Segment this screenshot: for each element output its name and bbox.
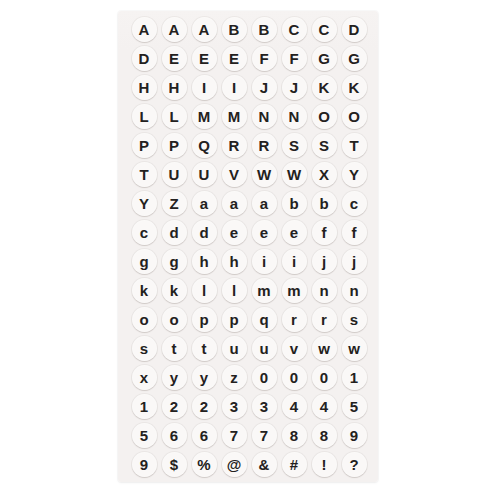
sticker-glyph: A	[139, 22, 150, 37]
sticker-disc: 0	[252, 365, 277, 390]
sticker-disc: g	[132, 249, 157, 274]
sticker-cell: u	[249, 334, 279, 363]
sticker-glyph: m	[257, 283, 270, 298]
sticker-disc: Q	[192, 133, 217, 158]
sticker-glyph: D	[349, 22, 360, 37]
sticker-cell: B	[249, 15, 279, 44]
sticker-cell: H	[129, 73, 159, 102]
sticker-disc: g	[162, 249, 187, 274]
sticker-cell: #	[279, 450, 309, 479]
sticker-grid: AAABBCCDDEEEFFGGHHIIJJKKLLMMNNOOPPQRRSST…	[129, 15, 369, 479]
sticker-glyph: X	[319, 167, 329, 182]
sticker-glyph: 8	[320, 428, 328, 443]
sticker-cell: U	[189, 160, 219, 189]
sticker-disc: s	[132, 336, 157, 361]
sticker-disc: 3	[252, 394, 277, 419]
sticker-glyph: a	[200, 196, 208, 211]
sticker-disc: 8	[282, 423, 307, 448]
sticker-glyph: N	[259, 109, 270, 124]
sticker-disc: A	[162, 17, 187, 42]
sticker-disc: G	[312, 46, 337, 71]
sticker-glyph: 3	[230, 399, 238, 414]
sticker-disc: U	[192, 162, 217, 187]
sticker-disc: $	[162, 452, 187, 477]
sticker-cell: R	[249, 131, 279, 160]
sticker-glyph: i	[262, 254, 266, 269]
sticker-cell: m	[279, 276, 309, 305]
sticker-glyph: w	[318, 341, 330, 356]
sticker-disc: T	[132, 162, 157, 187]
sticker-glyph: n	[349, 283, 358, 298]
sticker-cell: a	[189, 189, 219, 218]
sticker-cell: z	[219, 363, 249, 392]
sticker-cell: e	[279, 218, 309, 247]
sticker-disc: e	[222, 220, 247, 245]
sticker-cell: p	[219, 305, 249, 334]
sticker-disc: %	[192, 452, 217, 477]
sticker-cell: D	[129, 44, 159, 73]
sticker-disc: E	[192, 46, 217, 71]
sticker-cell: N	[279, 102, 309, 131]
sticker-glyph: I	[232, 80, 236, 95]
sticker-glyph: m	[287, 283, 300, 298]
sticker-glyph: T	[349, 138, 358, 153]
sticker-glyph: #	[290, 457, 298, 472]
sticker-cell: t	[189, 334, 219, 363]
sticker-glyph: y	[200, 370, 208, 385]
sticker-cell: e	[249, 218, 279, 247]
sticker-disc: m	[252, 278, 277, 303]
sticker-glyph: R	[259, 138, 270, 153]
sticker-disc: n	[312, 278, 337, 303]
sticker-disc: 7	[222, 423, 247, 448]
sticker-glyph: r	[321, 312, 327, 327]
sticker-cell: l	[189, 276, 219, 305]
sticker-disc: 3	[222, 394, 247, 419]
sticker-cell: w	[309, 334, 339, 363]
sticker-disc: n	[342, 278, 367, 303]
sticker-cell: v	[279, 334, 309, 363]
sticker-cell: E	[189, 44, 219, 73]
sticker-cell: t	[159, 334, 189, 363]
sticker-cell: &	[249, 450, 279, 479]
sticker-glyph: @	[227, 457, 242, 472]
sticker-glyph: d	[199, 225, 208, 240]
sticker-disc: O	[342, 104, 367, 129]
sticker-cell: W	[249, 160, 279, 189]
sticker-cell: y	[159, 363, 189, 392]
sticker-cell: s	[129, 334, 159, 363]
sticker-glyph: u	[229, 341, 238, 356]
sticker-cell: @	[219, 450, 249, 479]
sticker-glyph: !	[322, 457, 327, 472]
sticker-glyph: L	[139, 109, 148, 124]
sticker-disc: D	[132, 46, 157, 71]
sticker-cell: A	[189, 15, 219, 44]
sticker-disc: ?	[342, 452, 367, 477]
sticker-glyph: E	[199, 51, 209, 66]
sticker-disc: j	[342, 249, 367, 274]
sticker-glyph: l	[202, 283, 206, 298]
sticker-glyph: 8	[290, 428, 298, 443]
sticker-disc: N	[252, 104, 277, 129]
sticker-glyph: a	[230, 196, 238, 211]
sticker-glyph: 2	[200, 399, 208, 414]
sticker-cell: x	[129, 363, 159, 392]
sticker-disc: Y	[132, 191, 157, 216]
sticker-cell: I	[219, 73, 249, 102]
sticker-disc: q	[252, 307, 277, 332]
sticker-cell: C	[309, 15, 339, 44]
sticker-glyph: G	[348, 51, 360, 66]
sticker-cell: D	[339, 15, 369, 44]
sticker-glyph: b	[289, 196, 298, 211]
sticker-cell: f	[339, 218, 369, 247]
sticker-glyph: l	[232, 283, 236, 298]
sticker-disc: z	[222, 365, 247, 390]
sticker-cell: 1	[129, 392, 159, 421]
sticker-glyph: M	[228, 109, 241, 124]
sticker-cell: Q	[189, 131, 219, 160]
sticker-glyph: N	[289, 109, 300, 124]
sticker-disc: u	[222, 336, 247, 361]
sticker-disc: F	[252, 46, 277, 71]
sticker-glyph: t	[172, 341, 177, 356]
sticker-cell: q	[249, 305, 279, 334]
sticker-cell: O	[309, 102, 339, 131]
sticker-cell: 8	[279, 421, 309, 450]
sticker-disc: b	[282, 191, 307, 216]
sticker-glyph: M	[198, 109, 211, 124]
sticker-disc: F	[282, 46, 307, 71]
sticker-cell: 4	[279, 392, 309, 421]
sticker-glyph: g	[169, 254, 178, 269]
sticker-cell: E	[219, 44, 249, 73]
sticker-cell: 1	[339, 363, 369, 392]
sticker-glyph: 7	[230, 428, 238, 443]
sticker-disc: K	[342, 75, 367, 100]
sticker-glyph: 9	[140, 457, 148, 472]
sticker-glyph: j	[352, 254, 356, 269]
sticker-glyph: T	[139, 167, 148, 182]
sticker-glyph: k	[140, 283, 148, 298]
sticker-cell: y	[189, 363, 219, 392]
sticker-glyph: e	[230, 225, 238, 240]
sticker-glyph: c	[350, 196, 358, 211]
sticker-disc: W	[282, 162, 307, 187]
sticker-glyph: o	[139, 312, 148, 327]
sticker-glyph: W	[257, 167, 271, 182]
sticker-cell: O	[339, 102, 369, 131]
sticker-cell: K	[309, 73, 339, 102]
sticker-glyph: J	[260, 80, 268, 95]
sticker-disc: O	[312, 104, 337, 129]
sticker-glyph: ?	[349, 457, 358, 472]
sticker-glyph: B	[229, 22, 240, 37]
sticker-cell: f	[309, 218, 339, 247]
sticker-glyph: s	[350, 312, 358, 327]
sticker-disc: 9	[132, 452, 157, 477]
sticker-glyph: F	[289, 51, 298, 66]
sticker-glyph: a	[260, 196, 268, 211]
sticker-cell: P	[159, 131, 189, 160]
sticker-glyph: 0	[290, 370, 298, 385]
sticker-cell: d	[189, 218, 219, 247]
sticker-glyph: s	[140, 341, 148, 356]
sticker-glyph: U	[169, 167, 180, 182]
sticker-cell: M	[189, 102, 219, 131]
sticker-cell: i	[279, 247, 309, 276]
sticker-disc: y	[192, 365, 217, 390]
sticker-cell: $	[159, 450, 189, 479]
sticker-glyph: b	[319, 196, 328, 211]
sticker-glyph: v	[290, 341, 298, 356]
sticker-cell: 3	[249, 392, 279, 421]
sticker-glyph: 5	[140, 428, 148, 443]
sticker-cell: p	[189, 305, 219, 334]
sticker-disc: k	[162, 278, 187, 303]
sticker-cell: 6	[159, 421, 189, 450]
sticker-disc: 2	[162, 394, 187, 419]
sticker-glyph: d	[169, 225, 178, 240]
sticker-glyph: S	[319, 138, 329, 153]
sticker-cell: L	[159, 102, 189, 131]
sticker-disc: a	[192, 191, 217, 216]
sticker-glyph: C	[289, 22, 300, 37]
sticker-cell: N	[249, 102, 279, 131]
sticker-cell: n	[339, 276, 369, 305]
sticker-cell: d	[159, 218, 189, 247]
sticker-disc: d	[192, 220, 217, 245]
sticker-glyph: p	[199, 312, 208, 327]
sticker-glyph: 0	[320, 370, 328, 385]
sticker-glyph: x	[140, 370, 148, 385]
sticker-glyph: o	[169, 312, 178, 327]
sticker-disc: y	[162, 365, 187, 390]
sticker-disc: @	[222, 452, 247, 477]
sticker-disc: 2	[192, 394, 217, 419]
sticker-glyph: &	[259, 457, 270, 472]
sticker-disc: 6	[192, 423, 217, 448]
sticker-disc: u	[252, 336, 277, 361]
sticker-glyph: w	[348, 341, 360, 356]
sticker-disc: x	[132, 365, 157, 390]
sticker-cell: b	[309, 189, 339, 218]
sticker-glyph: C	[319, 22, 330, 37]
sticker-cell: n	[309, 276, 339, 305]
sticker-disc: J	[282, 75, 307, 100]
sticker-disc: a	[222, 191, 247, 216]
sticker-glyph: R	[229, 138, 240, 153]
sticker-cell: 2	[159, 392, 189, 421]
sticker-disc: Y	[342, 162, 367, 187]
sticker-cell: F	[279, 44, 309, 73]
sticker-disc: N	[282, 104, 307, 129]
sticker-cell: J	[249, 73, 279, 102]
sticker-cell: G	[309, 44, 339, 73]
sticker-cell: R	[219, 131, 249, 160]
sticker-cell: 6	[189, 421, 219, 450]
sticker-cell: o	[159, 305, 189, 334]
sticker-disc: h	[222, 249, 247, 274]
sticker-cell: K	[339, 73, 369, 102]
sticker-cell: s	[339, 305, 369, 334]
sticker-glyph: 3	[260, 399, 268, 414]
sticker-cell: j	[339, 247, 369, 276]
sticker-glyph: 6	[200, 428, 208, 443]
sticker-glyph: 6	[170, 428, 178, 443]
sticker-cell: %	[189, 450, 219, 479]
sticker-cell: 5	[129, 421, 159, 450]
sticker-cell: 0	[309, 363, 339, 392]
sticker-disc: B	[252, 17, 277, 42]
sticker-disc: J	[252, 75, 277, 100]
sticker-disc: A	[132, 17, 157, 42]
sticker-glyph: A	[169, 22, 180, 37]
sticker-disc: 9	[342, 423, 367, 448]
sticker-cell: ?	[339, 450, 369, 479]
sticker-glyph: Q	[198, 138, 210, 153]
sticker-disc: f	[312, 220, 337, 245]
sticker-cell: J	[279, 73, 309, 102]
sticker-cell: u	[219, 334, 249, 363]
sticker-disc: W	[252, 162, 277, 187]
sticker-glyph: 9	[350, 428, 358, 443]
sticker-disc: 6	[162, 423, 187, 448]
sticker-disc: M	[222, 104, 247, 129]
sticker-glyph: h	[199, 254, 208, 269]
sticker-disc: M	[192, 104, 217, 129]
sticker-glyph: G	[318, 51, 330, 66]
sticker-glyph: q	[259, 312, 268, 327]
sticker-disc: 0	[312, 365, 337, 390]
sticker-disc: #	[282, 452, 307, 477]
sticker-cell: C	[279, 15, 309, 44]
sticker-cell: w	[339, 334, 369, 363]
sticker-cell: g	[129, 247, 159, 276]
sticker-cell: m	[249, 276, 279, 305]
sticker-cell: l	[219, 276, 249, 305]
sticker-disc: I	[222, 75, 247, 100]
sticker-glyph: u	[259, 341, 268, 356]
sticker-glyph: c	[140, 225, 148, 240]
sticker-glyph: H	[139, 80, 150, 95]
sticker-disc: t	[192, 336, 217, 361]
sticker-disc: S	[282, 133, 307, 158]
sticker-disc: B	[222, 17, 247, 42]
sticker-disc: c	[342, 191, 367, 216]
sticker-cell: Y	[129, 189, 159, 218]
sticker-glyph: g	[139, 254, 148, 269]
sticker-cell: T	[339, 131, 369, 160]
sticker-glyph: t	[202, 341, 207, 356]
sticker-glyph: 7	[260, 428, 268, 443]
sticker-disc: s	[342, 307, 367, 332]
sticker-glyph: P	[169, 138, 179, 153]
sticker-disc: p	[192, 307, 217, 332]
sticker-glyph: E	[229, 51, 239, 66]
sticker-disc: 5	[342, 394, 367, 419]
sticker-cell: c	[339, 189, 369, 218]
sticker-disc: 4	[282, 394, 307, 419]
sticker-disc: 5	[132, 423, 157, 448]
sticker-disc: 4	[312, 394, 337, 419]
sticker-cell: k	[129, 276, 159, 305]
sticker-glyph: O	[318, 109, 330, 124]
sticker-disc: m	[282, 278, 307, 303]
sticker-disc: I	[192, 75, 217, 100]
sticker-disc: &	[252, 452, 277, 477]
sticker-disc: R	[222, 133, 247, 158]
sticker-cell: 7	[249, 421, 279, 450]
sticker-cell: F	[249, 44, 279, 73]
sticker-cell: E	[159, 44, 189, 73]
sticker-disc: i	[252, 249, 277, 274]
sticker-disc: S	[312, 133, 337, 158]
sticker-disc: !	[312, 452, 337, 477]
sticker-disc: e	[282, 220, 307, 245]
sticker-cell: a	[249, 189, 279, 218]
sticker-disc: P	[162, 133, 187, 158]
sticker-glyph: A	[199, 22, 210, 37]
sticker-glyph: P	[139, 138, 149, 153]
sticker-cell: M	[219, 102, 249, 131]
sticker-sheet: AAABBCCDDEEEFFGGHHIIJJKKLLMMNNOOPPQRRSST…	[118, 11, 378, 482]
sticker-glyph: p	[229, 312, 238, 327]
sticker-disc: d	[162, 220, 187, 245]
sticker-cell: 4	[309, 392, 339, 421]
sticker-disc: A	[192, 17, 217, 42]
sticker-disc: i	[282, 249, 307, 274]
sticker-glyph: j	[322, 254, 326, 269]
sticker-disc: w	[342, 336, 367, 361]
sticker-disc: R	[252, 133, 277, 158]
sticker-glyph: U	[199, 167, 210, 182]
sticker-cell: W	[279, 160, 309, 189]
sticker-cell: h	[219, 247, 249, 276]
sticker-glyph: E	[169, 51, 179, 66]
sticker-glyph: O	[348, 109, 360, 124]
sticker-disc: V	[222, 162, 247, 187]
sticker-cell: B	[219, 15, 249, 44]
sticker-disc: T	[342, 133, 367, 158]
sticker-disc: 1	[132, 394, 157, 419]
sticker-disc: e	[252, 220, 277, 245]
sticker-glyph: 1	[350, 370, 358, 385]
sticker-cell: 3	[219, 392, 249, 421]
sticker-disc: o	[132, 307, 157, 332]
sticker-disc: 7	[252, 423, 277, 448]
sticker-glyph: 4	[290, 399, 298, 414]
sticker-disc: j	[312, 249, 337, 274]
sticker-glyph: 2	[170, 399, 178, 414]
sticker-glyph: r	[291, 312, 297, 327]
sticker-cell: S	[279, 131, 309, 160]
sticker-glyph: V	[229, 167, 239, 182]
sticker-glyph: H	[169, 80, 180, 95]
sticker-cell: i	[249, 247, 279, 276]
sticker-glyph: %	[197, 457, 210, 472]
sticker-disc: k	[132, 278, 157, 303]
sticker-cell: 8	[309, 421, 339, 450]
sticker-disc: r	[312, 307, 337, 332]
sticker-disc: l	[222, 278, 247, 303]
sticker-disc: U	[162, 162, 187, 187]
sticker-disc: C	[282, 17, 307, 42]
sticker-glyph: f	[352, 225, 357, 240]
sticker-cell: S	[309, 131, 339, 160]
sticker-glyph: 5	[350, 399, 358, 414]
